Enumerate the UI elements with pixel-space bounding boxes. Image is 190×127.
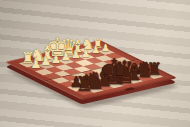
chess-set-photo: Folding magnetic travel chess set with a… <box>0 0 190 127</box>
